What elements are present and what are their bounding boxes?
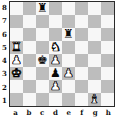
rank-label-6: 6: [0, 28, 9, 41]
square-c3[interactable]: [36, 67, 49, 80]
file-label-d: d: [49, 107, 62, 117]
square-g1[interactable]: ♝: [88, 93, 101, 106]
square-h6[interactable]: [101, 28, 114, 41]
square-b1[interactable]: [23, 93, 36, 106]
square-b5[interactable]: [23, 41, 36, 54]
square-e8[interactable]: [62, 2, 75, 15]
square-f3[interactable]: [75, 67, 88, 80]
square-e6[interactable]: ♜: [62, 28, 75, 41]
rank-labels: 87654321: [0, 1, 9, 107]
square-h3[interactable]: [101, 67, 114, 80]
file-labels: abcdefgh: [9, 107, 115, 117]
square-a2[interactable]: [10, 80, 23, 93]
square-c6[interactable]: [36, 28, 49, 41]
file-label-e: e: [62, 107, 75, 117]
square-c2[interactable]: [36, 80, 49, 93]
square-h4[interactable]: [101, 54, 114, 67]
square-b2[interactable]: [23, 80, 36, 93]
square-h5[interactable]: [101, 41, 114, 54]
chess-board: ♜♜♜♞♟♚♟♚♟♟♟♝: [9, 1, 115, 107]
rank-label-5: 5: [0, 41, 9, 54]
file-label-f: f: [75, 107, 88, 117]
square-a8[interactable]: [10, 2, 23, 15]
rank-label-1: 1: [0, 94, 9, 107]
file-label-h: h: [102, 107, 115, 117]
square-d7[interactable]: [49, 15, 62, 28]
square-h1[interactable]: [101, 93, 114, 106]
file-label-a: a: [9, 107, 22, 117]
square-f5[interactable]: [75, 41, 88, 54]
square-h2[interactable]: [101, 80, 114, 93]
square-b8[interactable]: [23, 2, 36, 15]
piece-white-bishop: ♝: [89, 93, 100, 106]
square-b7[interactable]: [23, 15, 36, 28]
square-e1[interactable]: [62, 93, 75, 106]
square-g8[interactable]: [88, 2, 101, 15]
square-e3[interactable]: ♟: [62, 67, 75, 80]
piece-white-pawn: ♟: [63, 67, 74, 80]
square-a3[interactable]: ♚: [10, 67, 23, 80]
square-e2[interactable]: [62, 80, 75, 93]
square-d8[interactable]: [49, 2, 62, 15]
rank-label-3: 3: [0, 67, 9, 80]
square-g3[interactable]: [88, 67, 101, 80]
square-f4[interactable]: [75, 54, 88, 67]
file-label-c: c: [36, 107, 49, 117]
rank-label-8: 8: [0, 1, 9, 14]
square-f8[interactable]: [75, 2, 88, 15]
square-e5[interactable]: [62, 41, 75, 54]
chess-diagram: 87654321 ♜♜♜♞♟♚♟♚♟♟♟♝ abcdefgh: [0, 0, 118, 118]
square-g5[interactable]: [88, 41, 101, 54]
piece-white-king: ♚: [11, 67, 22, 80]
square-a1[interactable]: [10, 93, 23, 106]
square-h7[interactable]: [101, 15, 114, 28]
rank-label-7: 7: [0, 14, 9, 27]
square-f7[interactable]: [75, 15, 88, 28]
square-a7[interactable]: [10, 15, 23, 28]
square-c4[interactable]: ♚: [36, 54, 49, 67]
square-b3[interactable]: [23, 67, 36, 80]
square-f6[interactable]: [75, 28, 88, 41]
square-f2[interactable]: [75, 80, 88, 93]
square-g7[interactable]: [88, 15, 101, 28]
square-f1[interactable]: [75, 93, 88, 106]
square-b4[interactable]: [23, 54, 36, 67]
file-label-b: b: [22, 107, 35, 117]
piece-black-rook: ♜: [37, 2, 48, 15]
file-label-g: g: [89, 107, 102, 117]
piece-black-king: ♚: [37, 54, 48, 67]
piece-white-pawn: ♟: [50, 80, 61, 93]
square-d1[interactable]: [49, 93, 62, 106]
square-b6[interactable]: [23, 28, 36, 41]
square-c1[interactable]: [36, 93, 49, 106]
square-c7[interactable]: [36, 15, 49, 28]
rank-label-2: 2: [0, 81, 9, 94]
square-g6[interactable]: [88, 28, 101, 41]
square-d2[interactable]: ♟: [49, 80, 62, 93]
rank-label-4: 4: [0, 54, 9, 67]
square-c8[interactable]: ♜: [36, 2, 49, 15]
square-g4[interactable]: [88, 54, 101, 67]
square-h8[interactable]: [101, 2, 114, 15]
piece-black-rook: ♜: [63, 28, 74, 41]
